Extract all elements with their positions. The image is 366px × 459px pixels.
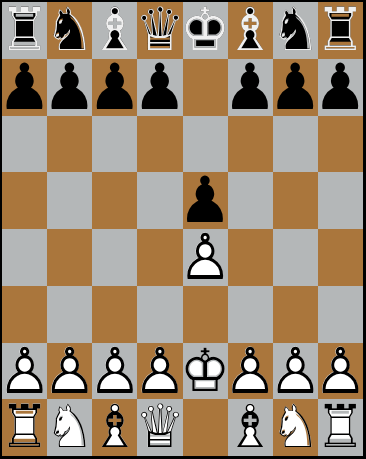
square-a1[interactable]: ♜♖	[2, 399, 47, 456]
black-pawn-icon: ♟	[228, 57, 273, 117]
piece-white-rook: ♜♖	[318, 398, 363, 458]
white-king-outline-icon: ♔	[183, 341, 228, 401]
square-g8[interactable]: ♞♘	[273, 2, 318, 59]
white-bishop-icon: ♝	[228, 398, 273, 458]
square-c8[interactable]: ♝♗	[92, 2, 137, 59]
square-b5[interactable]	[47, 172, 92, 229]
square-b6[interactable]	[47, 116, 92, 173]
square-f5[interactable]	[228, 172, 273, 229]
square-h4[interactable]	[318, 229, 363, 286]
white-pawn-outline-icon: ♙	[273, 341, 318, 401]
square-f6[interactable]	[228, 116, 273, 173]
square-h5[interactable]	[318, 172, 363, 229]
piece-black-bishop: ♝♗	[228, 0, 273, 60]
white-pawn-outline-icon: ♙	[183, 227, 228, 287]
black-pawn-icon: ♟	[47, 57, 92, 117]
white-pawn-icon: ♟	[92, 341, 137, 401]
square-d6[interactable]	[137, 116, 182, 173]
black-queen-icon: ♛	[137, 0, 182, 60]
square-d5[interactable]	[137, 172, 182, 229]
piece-black-pawn: ♟	[273, 57, 318, 117]
square-f8[interactable]: ♝♗	[228, 2, 273, 59]
piece-white-pawn: ♟♙	[318, 341, 363, 401]
black-king-icon: ♚	[183, 0, 228, 60]
square-d4[interactable]	[137, 229, 182, 286]
white-pawn-outline-icon: ♙	[92, 341, 137, 401]
white-queen-outline-icon: ♕	[137, 398, 182, 458]
black-rook-outline-icon: ♖	[2, 0, 47, 60]
piece-white-knight: ♞♘	[47, 398, 92, 458]
black-bishop-icon: ♝	[92, 0, 137, 60]
square-a7[interactable]: ♟	[2, 59, 47, 116]
black-pawn-icon: ♟	[137, 57, 182, 117]
square-e8[interactable]: ♚♔	[183, 2, 228, 59]
square-g5[interactable]	[273, 172, 318, 229]
black-pawn-icon: ♟	[92, 57, 137, 117]
black-pawn-icon: ♟	[2, 57, 47, 117]
square-a2[interactable]: ♟♙	[2, 343, 47, 400]
white-pawn-icon: ♟	[137, 341, 182, 401]
white-pawn-outline-icon: ♙	[318, 341, 363, 401]
piece-white-rook: ♜♖	[2, 398, 47, 458]
white-bishop-outline-icon: ♗	[92, 398, 137, 458]
white-pawn-outline-icon: ♙	[47, 341, 92, 401]
square-c6[interactable]	[92, 116, 137, 173]
square-g3[interactable]	[273, 286, 318, 343]
square-c5[interactable]	[92, 172, 137, 229]
piece-white-pawn: ♟♙	[273, 341, 318, 401]
square-c7[interactable]: ♟	[92, 59, 137, 116]
square-g1[interactable]: ♞♘	[273, 399, 318, 456]
black-knight-icon: ♞	[47, 0, 92, 60]
piece-white-pawn: ♟♙	[137, 341, 182, 401]
piece-black-pawn: ♟	[137, 57, 182, 117]
white-pawn-icon: ♟	[273, 341, 318, 401]
white-rook-outline-icon: ♖	[2, 398, 47, 458]
square-h7[interactable]: ♟	[318, 59, 363, 116]
square-e7[interactable]	[183, 59, 228, 116]
white-rook-outline-icon: ♖	[318, 398, 363, 458]
square-a6[interactable]	[2, 116, 47, 173]
square-h2[interactable]: ♟♙	[318, 343, 363, 400]
piece-black-pawn: ♟	[92, 57, 137, 117]
white-rook-icon: ♜	[318, 398, 363, 458]
white-knight-outline-icon: ♘	[47, 398, 92, 458]
black-bishop-outline-icon: ♗	[92, 0, 137, 60]
square-d1[interactable]: ♛♕	[137, 399, 182, 456]
square-d2[interactable]: ♟♙	[137, 343, 182, 400]
white-pawn-icon: ♟	[228, 341, 273, 401]
black-pawn-icon: ♟	[318, 57, 363, 117]
white-knight-icon: ♞	[47, 398, 92, 458]
square-h6[interactable]	[318, 116, 363, 173]
square-f4[interactable]	[228, 229, 273, 286]
square-a3[interactable]	[2, 286, 47, 343]
square-h1[interactable]: ♜♖	[318, 399, 363, 456]
square-d8[interactable]: ♛♕	[137, 2, 182, 59]
piece-black-rook: ♜♖	[2, 0, 47, 60]
piece-white-pawn: ♟♙	[228, 341, 273, 401]
square-c3[interactable]	[92, 286, 137, 343]
square-b8[interactable]: ♞♘	[47, 2, 92, 59]
square-g4[interactable]	[273, 229, 318, 286]
chess-board: ♜♖♞♘♝♗♛♕♚♔♝♗♞♘♜♖♟♟♟♟♟♟♟♟♟♙♟♙♟♙♟♙♟♙♚♔♟♙♟♙…	[2, 2, 363, 456]
square-a5[interactable]	[2, 172, 47, 229]
square-e5[interactable]: ♟	[183, 172, 228, 229]
black-pawn-icon: ♟	[273, 57, 318, 117]
square-d3[interactable]	[137, 286, 182, 343]
square-h3[interactable]	[318, 286, 363, 343]
square-a8[interactable]: ♜♖	[2, 2, 47, 59]
square-f1[interactable]: ♝♗	[228, 399, 273, 456]
white-pawn-outline-icon: ♙	[137, 341, 182, 401]
piece-white-pawn: ♟♙	[183, 227, 228, 287]
square-e4[interactable]: ♟♙	[183, 229, 228, 286]
square-b1[interactable]: ♞♘	[47, 399, 92, 456]
piece-black-rook: ♜♖	[318, 0, 363, 60]
square-f3[interactable]	[228, 286, 273, 343]
black-king-outline-icon: ♔	[183, 0, 228, 60]
piece-white-pawn: ♟♙	[2, 341, 47, 401]
black-rook-outline-icon: ♖	[318, 0, 363, 60]
square-b2[interactable]: ♟♙	[47, 343, 92, 400]
piece-black-knight: ♞♘	[47, 0, 92, 60]
square-e2[interactable]: ♚♔	[183, 343, 228, 400]
piece-black-pawn: ♟	[318, 57, 363, 117]
white-pawn-icon: ♟	[318, 341, 363, 401]
piece-white-king: ♚♔	[183, 341, 228, 401]
piece-white-pawn: ♟♙	[47, 341, 92, 401]
piece-white-bishop: ♝♗	[92, 398, 137, 458]
black-knight-outline-icon: ♘	[47, 0, 92, 60]
square-d7[interactable]: ♟	[137, 59, 182, 116]
white-pawn-icon: ♟	[47, 341, 92, 401]
black-queen-outline-icon: ♕	[137, 0, 182, 60]
white-pawn-icon: ♟	[183, 227, 228, 287]
square-h8[interactable]: ♜♖	[318, 2, 363, 59]
piece-black-pawn: ♟	[47, 57, 92, 117]
black-rook-icon: ♜	[318, 0, 363, 60]
white-pawn-icon: ♟	[2, 341, 47, 401]
square-b3[interactable]	[47, 286, 92, 343]
piece-white-bishop: ♝♗	[228, 398, 273, 458]
piece-white-knight: ♞♘	[273, 398, 318, 458]
square-c4[interactable]	[92, 229, 137, 286]
black-pawn-icon: ♟	[183, 171, 228, 231]
white-bishop-outline-icon: ♗	[228, 398, 273, 458]
white-knight-icon: ♞	[273, 398, 318, 458]
white-queen-icon: ♛	[137, 398, 182, 458]
piece-black-queen: ♛♕	[137, 0, 182, 60]
black-bishop-icon: ♝	[228, 0, 273, 60]
piece-black-pawn: ♟	[183, 171, 228, 231]
square-g2[interactable]: ♟♙	[273, 343, 318, 400]
square-g7[interactable]: ♟	[273, 59, 318, 116]
black-knight-outline-icon: ♘	[273, 0, 318, 60]
square-a4[interactable]	[2, 229, 47, 286]
square-g6[interactable]	[273, 116, 318, 173]
piece-black-pawn: ♟	[2, 57, 47, 117]
black-knight-icon: ♞	[273, 0, 318, 60]
white-pawn-outline-icon: ♙	[228, 341, 273, 401]
square-f7[interactable]: ♟	[228, 59, 273, 116]
board-frame: ♜♖♞♘♝♗♛♕♚♔♝♗♞♘♜♖♟♟♟♟♟♟♟♟♟♙♟♙♟♙♟♙♟♙♚♔♟♙♟♙…	[0, 0, 366, 459]
black-bishop-outline-icon: ♗	[228, 0, 273, 60]
piece-black-king: ♚♔	[183, 0, 228, 60]
piece-white-queen: ♛♕	[137, 398, 182, 458]
piece-black-bishop: ♝♗	[92, 0, 137, 60]
piece-black-pawn: ♟	[228, 57, 273, 117]
square-c2[interactable]: ♟♙	[92, 343, 137, 400]
black-rook-icon: ♜	[2, 0, 47, 60]
white-pawn-outline-icon: ♙	[2, 341, 47, 401]
square-e6[interactable]	[183, 116, 228, 173]
white-bishop-icon: ♝	[92, 398, 137, 458]
square-c1[interactable]: ♝♗	[92, 399, 137, 456]
white-knight-outline-icon: ♘	[273, 398, 318, 458]
square-b4[interactable]	[47, 229, 92, 286]
square-e3[interactable]	[183, 286, 228, 343]
square-b7[interactable]: ♟	[47, 59, 92, 116]
white-rook-icon: ♜	[2, 398, 47, 458]
square-e1[interactable]	[183, 399, 228, 456]
piece-black-knight: ♞♘	[273, 0, 318, 60]
piece-white-pawn: ♟♙	[92, 341, 137, 401]
white-king-icon: ♚	[183, 341, 228, 401]
square-f2[interactable]: ♟♙	[228, 343, 273, 400]
